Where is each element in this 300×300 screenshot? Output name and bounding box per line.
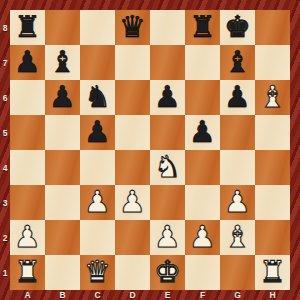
file-label-e: E: [150, 290, 185, 300]
square-b1[interactable]: [45, 255, 80, 290]
white-knight[interactable]: ♞: [154, 149, 181, 184]
square-c6[interactable]: ♞: [80, 80, 115, 115]
black-pawn[interactable]: ♟: [84, 114, 111, 149]
black-knight[interactable]: ♞: [84, 79, 111, 114]
square-e8[interactable]: [150, 10, 185, 45]
white-pawn[interactable]: ♟: [224, 184, 251, 219]
rank-label-4: 4: [0, 150, 10, 185]
square-e1[interactable]: ♚: [150, 255, 185, 290]
square-c7[interactable]: [80, 45, 115, 80]
black-pawn[interactable]: ♟: [189, 114, 216, 149]
file-label-a: A: [10, 290, 45, 300]
rank-label-3: 3: [0, 185, 10, 220]
square-f2[interactable]: ♟: [185, 220, 220, 255]
black-pawn[interactable]: ♟: [224, 79, 251, 114]
square-c1[interactable]: ♛: [80, 255, 115, 290]
rank-labels: 87654321: [0, 10, 10, 290]
square-e2[interactable]: ♟: [150, 220, 185, 255]
white-pawn[interactable]: ♟: [14, 219, 41, 254]
black-rook[interactable]: ♜: [189, 9, 216, 44]
white-rook[interactable]: ♜: [14, 254, 41, 289]
square-h7[interactable]: [255, 45, 290, 80]
white-bishop[interactable]: ♝: [259, 79, 286, 114]
rank-label-7: 7: [0, 45, 10, 80]
black-pawn[interactable]: ♟: [14, 44, 41, 79]
square-a8[interactable]: ♜: [10, 10, 45, 45]
square-c5[interactable]: ♟: [80, 115, 115, 150]
white-rook[interactable]: ♜: [259, 254, 286, 289]
white-pawn[interactable]: ♟: [189, 219, 216, 254]
rank-label-2: 2: [0, 220, 10, 255]
square-a2[interactable]: ♟: [10, 220, 45, 255]
square-f4[interactable]: [185, 150, 220, 185]
square-f5[interactable]: ♟: [185, 115, 220, 150]
square-d7[interactable]: [115, 45, 150, 80]
square-a7[interactable]: ♟: [10, 45, 45, 80]
file-label-b: B: [45, 290, 80, 300]
square-b4[interactable]: [45, 150, 80, 185]
square-d5[interactable]: [115, 115, 150, 150]
square-a5[interactable]: [10, 115, 45, 150]
square-a3[interactable]: [10, 185, 45, 220]
square-c3[interactable]: ♟: [80, 185, 115, 220]
square-d1[interactable]: [115, 255, 150, 290]
white-pawn[interactable]: ♟: [84, 184, 111, 219]
square-d8[interactable]: ♛: [115, 10, 150, 45]
black-bishop[interactable]: ♝: [49, 44, 76, 79]
square-d3[interactable]: ♟: [115, 185, 150, 220]
square-h8[interactable]: [255, 10, 290, 45]
square-h1[interactable]: ♜: [255, 255, 290, 290]
square-a4[interactable]: [10, 150, 45, 185]
file-labels: ABCDEFGH: [10, 290, 290, 300]
black-bishop[interactable]: ♝: [224, 44, 251, 79]
white-pawn[interactable]: ♟: [119, 184, 146, 219]
square-g6[interactable]: ♟: [220, 80, 255, 115]
rank-label-8: 8: [0, 10, 10, 45]
square-h6[interactable]: ♝: [255, 80, 290, 115]
square-b6[interactable]: ♟: [45, 80, 80, 115]
square-h3[interactable]: [255, 185, 290, 220]
square-g7[interactable]: ♝: [220, 45, 255, 80]
file-label-d: D: [115, 290, 150, 300]
square-a6[interactable]: [10, 80, 45, 115]
white-queen[interactable]: ♛: [84, 254, 111, 289]
square-g1[interactable]: [220, 255, 255, 290]
square-d6[interactable]: [115, 80, 150, 115]
rank-label-1: 1: [0, 255, 10, 290]
square-c4[interactable]: [80, 150, 115, 185]
black-pawn[interactable]: ♟: [49, 79, 76, 114]
square-b3[interactable]: [45, 185, 80, 220]
rank-label-6: 6: [0, 80, 10, 115]
square-g5[interactable]: [220, 115, 255, 150]
square-b8[interactable]: [45, 10, 80, 45]
square-f3[interactable]: [185, 185, 220, 220]
square-d2[interactable]: [115, 220, 150, 255]
file-label-f: F: [185, 290, 220, 300]
file-label-c: C: [80, 290, 115, 300]
square-c2[interactable]: [80, 220, 115, 255]
square-e7[interactable]: [150, 45, 185, 80]
square-h2[interactable]: [255, 220, 290, 255]
square-e4[interactable]: ♞: [150, 150, 185, 185]
square-e3[interactable]: [150, 185, 185, 220]
square-d4[interactable]: [115, 150, 150, 185]
file-label-h: H: [255, 290, 290, 300]
black-rook[interactable]: ♜: [14, 9, 41, 44]
black-king[interactable]: ♚: [224, 9, 251, 44]
square-b2[interactable]: [45, 220, 80, 255]
square-g2[interactable]: ♝: [220, 220, 255, 255]
square-f6[interactable]: [185, 80, 220, 115]
square-e5[interactable]: [150, 115, 185, 150]
square-c8[interactable]: [80, 10, 115, 45]
square-f7[interactable]: [185, 45, 220, 80]
square-g8[interactable]: ♚: [220, 10, 255, 45]
square-f1[interactable]: [185, 255, 220, 290]
square-b7[interactable]: ♝: [45, 45, 80, 80]
square-a1[interactable]: ♜: [10, 255, 45, 290]
white-bishop[interactable]: ♝: [224, 219, 251, 254]
white-pawn[interactable]: ♟: [154, 219, 181, 254]
square-h4[interactable]: [255, 150, 290, 185]
square-b5[interactable]: [45, 115, 80, 150]
file-label-g: G: [220, 290, 255, 300]
square-g4[interactable]: [220, 150, 255, 185]
black-queen[interactable]: ♛: [119, 9, 146, 44]
chess-board: ♜♛♜♚♟♝♝♟♞♟♟♝♟♟♞♟♟♟♟♟♟♝♜♛♚♜: [10, 10, 290, 290]
rank-label-5: 5: [0, 115, 10, 150]
square-h5[interactable]: [255, 115, 290, 150]
square-g3[interactable]: ♟: [220, 185, 255, 220]
square-f8[interactable]: ♜: [185, 10, 220, 45]
chess-board-frame: ♜♛♜♚♟♝♝♟♞♟♟♝♟♟♞♟♟♟♟♟♟♝♜♛♚♜ 87654321 ABCD…: [0, 0, 300, 300]
black-pawn[interactable]: ♟: [154, 79, 181, 114]
square-e6[interactable]: ♟: [150, 80, 185, 115]
white-king[interactable]: ♚: [154, 254, 181, 289]
